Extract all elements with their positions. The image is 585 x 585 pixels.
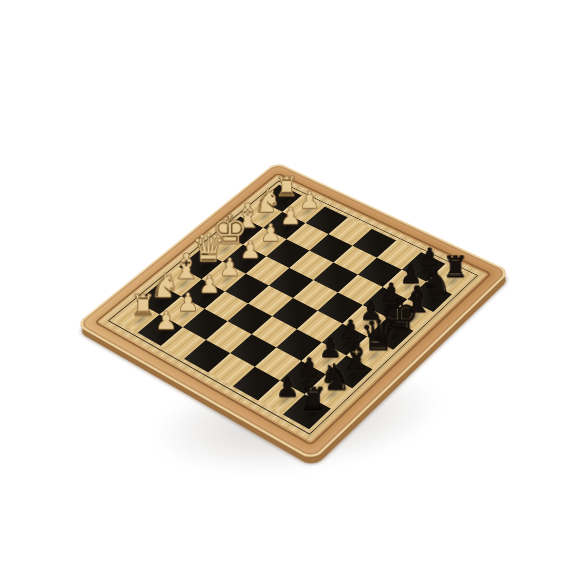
square-b5 — [230, 334, 276, 366]
square-c5 — [251, 316, 296, 348]
chess-set-photo: ♜♞♝♛♚♝♞♜♟♟♟♟♟♟♟♟♟♟♟♟♟♟♟♟♜♞♝♛♚♝♞♜ — [0, 0, 585, 585]
piece-black-rook: ♜ — [296, 384, 330, 415]
square-h4 — [328, 217, 371, 245]
square-b4 — [206, 321, 251, 353]
square-f4 — [289, 250, 333, 279]
piece-white-pawn: ♟ — [149, 307, 181, 332]
square-d5 — [272, 298, 317, 329]
